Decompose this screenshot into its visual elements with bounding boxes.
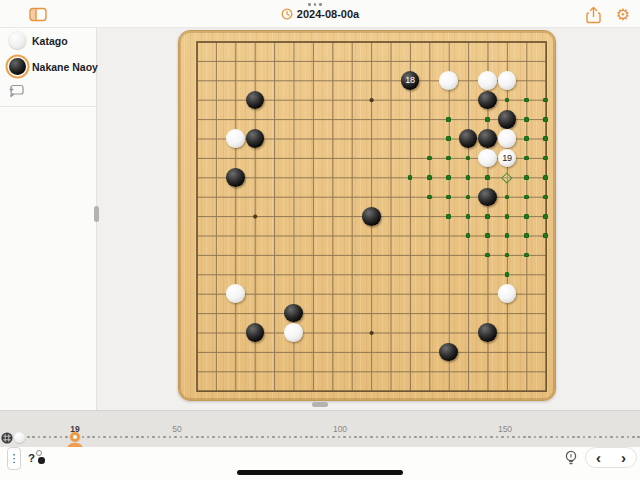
bottom-toolbar: ⋮ ? ‹ ›: [0, 447, 640, 480]
white-stone: [497, 284, 516, 303]
settings-button[interactable]: ⚙: [612, 5, 634, 24]
white-stone: [478, 148, 497, 167]
black-stone: [439, 342, 458, 361]
hint-button[interactable]: [563, 449, 581, 469]
analysis-territory-dot: [536, 110, 555, 129]
guess-move-button[interactable]: ?: [28, 450, 48, 468]
analysis-territory-dot: [439, 168, 458, 187]
black-stone: [478, 129, 497, 148]
current-move-marker[interactable]: [70, 432, 80, 442]
black-stone: [478, 323, 497, 342]
analysis-territory-dot: [536, 226, 555, 245]
analysis-territory-dot: [497, 187, 516, 206]
analysis-territory-dot: [517, 187, 536, 206]
analysis-territory-dot: [420, 187, 439, 206]
add-comment-bubble-icon: [8, 84, 24, 99]
players-sidebar: Katago Nakane Naoyuki: [0, 28, 97, 410]
analysis-territory-dot: [536, 90, 555, 109]
analysis-territory-dot: [517, 245, 536, 264]
analysis-territory-dot: [478, 207, 497, 226]
black-stone: [362, 207, 381, 226]
window-title: 2024-08-00a: [0, 8, 640, 20]
lightbulb-icon: [563, 449, 579, 468]
analysis-territory-dot: [420, 148, 439, 167]
analysis-territory-dot: [458, 148, 477, 167]
white-stone: [439, 71, 458, 90]
analysis-territory-dot: [497, 90, 516, 109]
share-icon: [586, 6, 601, 24]
white-stone-avatar: [9, 32, 26, 49]
analysis-territory-dot: [536, 129, 555, 148]
add-comment-button[interactable]: [8, 84, 24, 103]
analysis-territory-dot: [517, 207, 536, 226]
gear-icon: ⚙: [616, 7, 630, 23]
analysis-territory-dot: [517, 168, 536, 187]
board-area: 1819: [98, 28, 640, 410]
analysis-territory-dot: [458, 207, 477, 226]
analysis-territory-dot: [420, 168, 439, 187]
small-black-stone-icon: [38, 457, 45, 464]
analysis-territory-dot: [458, 168, 477, 187]
home-indicator[interactable]: [237, 470, 403, 475]
analysis-territory-dot: [478, 110, 497, 129]
analysis-territory-dot: [517, 226, 536, 245]
top-bar: 2024-08-00a ⚙: [0, 0, 640, 28]
black-stone: [284, 303, 303, 322]
question-mark-icon: ?: [28, 452, 35, 464]
analysis-territory-dot: [536, 168, 555, 187]
black-stone: [245, 129, 264, 148]
suggested-move-diamond-marker[interactable]: [497, 168, 516, 187]
white-stone: [284, 323, 303, 342]
small-white-stone-icon: [36, 450, 42, 456]
analysis-territory-dot: [478, 226, 497, 245]
white-player-name: Katago: [32, 35, 68, 47]
move-timeline[interactable]: 1950100150: [0, 410, 640, 447]
white-stone: [226, 129, 245, 148]
analysis-territory-dot: [478, 168, 497, 187]
player-row-white[interactable]: Katago: [9, 32, 68, 49]
black-stone: [458, 129, 477, 148]
white-stone: [497, 71, 516, 90]
white-stone: 19: [497, 148, 516, 167]
analysis-territory-dot: [400, 168, 419, 187]
black-stone: [478, 187, 497, 206]
analysis-territory-dot: [458, 187, 477, 206]
black-stone: [245, 90, 264, 109]
timeline-move-dots[interactable]: [0, 411, 640, 448]
analysis-territory-dot: [536, 187, 555, 206]
analysis-territory-dot: [536, 207, 555, 226]
share-button[interactable]: [582, 5, 604, 24]
analysis-territory-dot: [517, 90, 536, 109]
more-options-button[interactable]: ⋮: [7, 447, 21, 470]
analysis-territory-dot: [439, 187, 458, 206]
clock-icon: [281, 8, 293, 20]
black-stone: 18: [400, 71, 419, 90]
move-nav-pill: ‹ ›: [585, 447, 637, 468]
analysis-territory-dot: [517, 148, 536, 167]
analysis-territory-dot: [478, 245, 497, 264]
next-move-button[interactable]: ›: [617, 450, 630, 465]
go-board[interactable]: 1819: [178, 30, 556, 401]
black-stone-avatar: [9, 58, 26, 75]
analysis-territory-dot: [439, 110, 458, 129]
black-stone: [245, 323, 264, 342]
page-indicator-icon: [308, 3, 322, 6]
board-panel-handle[interactable]: [312, 402, 328, 407]
black-stone: [497, 110, 516, 129]
board-intersections[interactable]: 1819: [187, 32, 556, 401]
app-window: 2024-08-00a ⚙ Katago Nakane Naoyuki: [0, 0, 640, 480]
analysis-territory-dot: [497, 265, 516, 284]
analysis-territory-dot: [439, 207, 458, 226]
timeline-label-150: 150: [498, 424, 512, 434]
analysis-territory-dot: [458, 226, 477, 245]
analysis-territory-dot: [497, 207, 516, 226]
previous-move-button[interactable]: ‹: [592, 450, 605, 465]
analysis-territory-dot: [517, 129, 536, 148]
analysis-territory-dot: [517, 110, 536, 129]
analysis-territory-dot: [439, 148, 458, 167]
analysis-territory-dot: [497, 226, 516, 245]
ellipsis-icon: ⋮: [9, 452, 20, 465]
black-stone: [226, 168, 245, 187]
sidebar-divider: [0, 106, 97, 107]
analysis-territory-dot: [536, 148, 555, 167]
timeline-label-50: 50: [172, 424, 181, 434]
white-stone: [478, 71, 497, 90]
analysis-territory-dot: [439, 129, 458, 148]
sidebar-resize-handle[interactable]: [94, 206, 99, 222]
analysis-territory-dot: [497, 245, 516, 264]
white-stone: [226, 284, 245, 303]
black-stone: [478, 90, 497, 109]
page-title: 2024-08-00a: [297, 8, 359, 20]
timeline-label-100: 100: [333, 424, 347, 434]
white-stone: [497, 129, 516, 148]
